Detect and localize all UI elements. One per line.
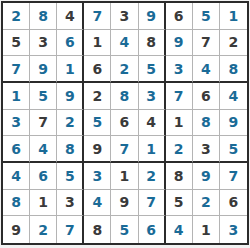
cell-r7c7[interactable]: 8 xyxy=(166,163,193,190)
cell-r7c3[interactable]: 5 xyxy=(57,163,84,190)
cell-r5c4[interactable]: 5 xyxy=(84,110,111,137)
cell-r7c6[interactable]: 2 xyxy=(139,163,166,190)
sudoku-board: 2847396515361489727916253481592837643725… xyxy=(1,1,249,245)
cell-r7c1[interactable]: 4 xyxy=(3,163,30,190)
cell-r2c2[interactable]: 3 xyxy=(30,30,57,57)
cell-r9c3[interactable]: 7 xyxy=(57,216,84,243)
cell-r3c2[interactable]: 9 xyxy=(30,56,57,83)
cell-r5c1[interactable]: 3 xyxy=(3,110,30,137)
cell-r5c9[interactable]: 9 xyxy=(220,110,247,137)
cell-r2c8[interactable]: 7 xyxy=(193,30,220,57)
cell-r7c4[interactable]: 3 xyxy=(84,163,111,190)
cell-r7c8[interactable]: 9 xyxy=(193,163,220,190)
cell-r9c4[interactable]: 8 xyxy=(84,216,111,243)
cell-r2c6[interactable]: 8 xyxy=(139,30,166,57)
cell-r6c2[interactable]: 4 xyxy=(30,136,57,163)
cell-r4c5[interactable]: 8 xyxy=(111,83,138,110)
cell-r2c9[interactable]: 2 xyxy=(220,30,247,57)
cell-r6c3[interactable]: 8 xyxy=(57,136,84,163)
cell-r3c3[interactable]: 1 xyxy=(57,56,84,83)
cell-r8c9[interactable]: 6 xyxy=(220,190,247,217)
cell-r2c7[interactable]: 9 xyxy=(166,30,193,57)
cell-r8c1[interactable]: 8 xyxy=(3,190,30,217)
cell-r7c2[interactable]: 6 xyxy=(30,163,57,190)
cell-r6c1[interactable]: 6 xyxy=(3,136,30,163)
cell-r1c2[interactable]: 8 xyxy=(30,3,57,30)
cell-r4c3[interactable]: 9 xyxy=(57,83,84,110)
cell-r5c7[interactable]: 1 xyxy=(166,110,193,137)
cell-r2c4[interactable]: 1 xyxy=(84,30,111,57)
cell-r1c3[interactable]: 4 xyxy=(57,3,84,30)
cell-r5c5[interactable]: 6 xyxy=(111,110,138,137)
cell-r6c9[interactable]: 5 xyxy=(220,136,247,163)
cell-r7c9[interactable]: 7 xyxy=(220,163,247,190)
cell-r4c6[interactable]: 3 xyxy=(139,83,166,110)
cell-r1c9[interactable]: 1 xyxy=(220,3,247,30)
cell-r7c5[interactable]: 1 xyxy=(111,163,138,190)
cell-r4c2[interactable]: 5 xyxy=(30,83,57,110)
cell-r1c8[interactable]: 5 xyxy=(193,3,220,30)
cell-r4c4[interactable]: 2 xyxy=(84,83,111,110)
cell-r1c4[interactable]: 7 xyxy=(84,3,111,30)
cell-r3c1[interactable]: 7 xyxy=(3,56,30,83)
cell-r8c7[interactable]: 5 xyxy=(166,190,193,217)
cell-r3c7[interactable]: 3 xyxy=(166,56,193,83)
cell-r9c7[interactable]: 4 xyxy=(166,216,193,243)
cell-r9c1[interactable]: 9 xyxy=(3,216,30,243)
cell-r1c5[interactable]: 3 xyxy=(111,3,138,30)
cell-r5c6[interactable]: 4 xyxy=(139,110,166,137)
cell-r9c2[interactable]: 2 xyxy=(30,216,57,243)
cell-r2c1[interactable]: 5 xyxy=(3,30,30,57)
cell-r6c8[interactable]: 3 xyxy=(193,136,220,163)
cell-r2c5[interactable]: 4 xyxy=(111,30,138,57)
cell-r9c5[interactable]: 5 xyxy=(111,216,138,243)
cell-r5c8[interactable]: 8 xyxy=(193,110,220,137)
cell-r8c3[interactable]: 3 xyxy=(57,190,84,217)
cell-r3c5[interactable]: 2 xyxy=(111,56,138,83)
cell-r6c4[interactable]: 9 xyxy=(84,136,111,163)
cell-r3c4[interactable]: 6 xyxy=(84,56,111,83)
cell-r8c8[interactable]: 2 xyxy=(193,190,220,217)
cell-r8c6[interactable]: 7 xyxy=(139,190,166,217)
cell-r5c2[interactable]: 7 xyxy=(30,110,57,137)
cell-r4c7[interactable]: 7 xyxy=(166,83,193,110)
cell-r8c5[interactable]: 9 xyxy=(111,190,138,217)
cell-r4c9[interactable]: 4 xyxy=(220,83,247,110)
cell-r4c8[interactable]: 6 xyxy=(193,83,220,110)
cell-r9c8[interactable]: 1 xyxy=(193,216,220,243)
cell-r6c6[interactable]: 1 xyxy=(139,136,166,163)
cell-r1c6[interactable]: 9 xyxy=(139,3,166,30)
cell-r3c6[interactable]: 5 xyxy=(139,56,166,83)
cell-r9c9[interactable]: 3 xyxy=(220,216,247,243)
cell-r6c7[interactable]: 2 xyxy=(166,136,193,163)
cell-r4c1[interactable]: 1 xyxy=(3,83,30,110)
cell-r6c5[interactable]: 7 xyxy=(111,136,138,163)
cell-r1c1[interactable]: 2 xyxy=(3,3,30,30)
cell-r3c9[interactable]: 8 xyxy=(220,56,247,83)
cell-r2c3[interactable]: 6 xyxy=(57,30,84,57)
cell-r1c7[interactable]: 6 xyxy=(166,3,193,30)
cell-r8c4[interactable]: 4 xyxy=(84,190,111,217)
cell-r8c2[interactable]: 1 xyxy=(30,190,57,217)
cell-r5c3[interactable]: 2 xyxy=(57,110,84,137)
cell-r3c8[interactable]: 4 xyxy=(193,56,220,83)
cell-r9c6[interactable]: 6 xyxy=(139,216,166,243)
